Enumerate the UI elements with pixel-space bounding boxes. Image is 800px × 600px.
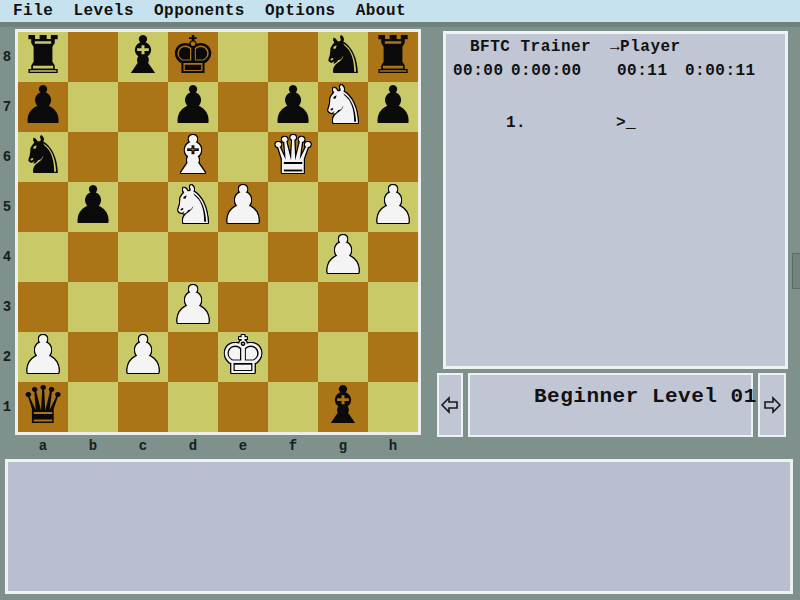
black-pawn-a7[interactable]: ♟	[20, 79, 67, 131]
square-f5[interactable]	[268, 182, 318, 232]
white-pawn-e5[interactable]: ♟	[220, 179, 267, 231]
level-display: Beginner Level 01	[468, 373, 753, 437]
rank-label-2: 2	[0, 332, 14, 382]
trainer-label: BFTC Trainer	[470, 38, 591, 56]
file-label-c: c	[118, 438, 168, 456]
square-a6[interactable]: ♞	[18, 132, 68, 182]
board-frame: ♜♝♚♞♜♟♟♟♞♟♞♝♛♟♞♟♟♟♟♟♟♚♛♝	[15, 29, 421, 435]
white-king-e2[interactable]: ♚	[220, 329, 267, 381]
rank-label-7: 7	[0, 82, 14, 132]
square-b5[interactable]: ♟	[68, 182, 118, 232]
white-bishop-d6[interactable]: ♝	[170, 129, 217, 181]
menu-item-options[interactable]: Options	[265, 2, 336, 20]
rank-labels: 87654321	[0, 32, 14, 432]
file-label-h: h	[368, 438, 418, 456]
square-b2[interactable]	[68, 332, 118, 382]
white-pawn-g4[interactable]: ♟	[320, 229, 367, 281]
message-output-panel	[5, 459, 793, 594]
white-pawn-a2[interactable]: ♟	[20, 329, 67, 381]
rank-label-1: 1	[0, 382, 14, 432]
white-queen-f6[interactable]: ♛	[270, 129, 317, 181]
file-label-e: e	[218, 438, 268, 456]
square-g4[interactable]: ♟	[318, 232, 368, 282]
square-f3[interactable]	[268, 282, 318, 332]
square-c1[interactable]	[118, 382, 168, 432]
square-b3[interactable]	[68, 282, 118, 332]
square-a5[interactable]	[18, 182, 68, 232]
square-c8[interactable]: ♝	[118, 32, 168, 82]
black-pawn-d7[interactable]: ♟	[170, 79, 217, 131]
black-rook-h8[interactable]: ♜	[370, 29, 417, 81]
square-h5[interactable]: ♟	[368, 182, 418, 232]
rank-label-6: 6	[0, 132, 14, 182]
menu-item-about[interactable]: About	[356, 2, 407, 20]
square-h3[interactable]	[368, 282, 418, 332]
square-b7[interactable]	[68, 82, 118, 132]
file-labels: abcdefgh	[18, 438, 418, 456]
trainer-game-time: 0:00:00	[511, 62, 582, 80]
square-e1[interactable]	[218, 382, 268, 432]
square-f1[interactable]	[268, 382, 318, 432]
file-label-d: d	[168, 438, 218, 456]
file-label-g: g	[318, 438, 368, 456]
left-arrow-icon	[440, 395, 460, 415]
move-input-prompt[interactable]: >_	[616, 114, 636, 132]
square-c7[interactable]	[118, 82, 168, 132]
square-e4[interactable]	[218, 232, 268, 282]
square-c5[interactable]	[118, 182, 168, 232]
square-e2[interactable]: ♚	[218, 332, 268, 382]
square-c4[interactable]	[118, 232, 168, 282]
move-number: 1.	[506, 114, 526, 132]
black-rook-a8[interactable]: ♜	[20, 29, 67, 81]
file-label-b: b	[68, 438, 118, 456]
square-h1[interactable]	[368, 382, 418, 432]
menu-item-levels[interactable]: Levels	[73, 2, 134, 20]
white-knight-d5[interactable]: ♞	[170, 179, 217, 231]
player-label: →Player	[610, 38, 681, 56]
level-next-button[interactable]	[758, 373, 786, 437]
square-e8[interactable]	[218, 32, 268, 82]
square-d3[interactable]: ♟	[168, 282, 218, 332]
trainer-move-time: 00:00	[453, 62, 504, 80]
file-label-a: a	[18, 438, 68, 456]
square-g1[interactable]: ♝	[318, 382, 368, 432]
square-c2[interactable]: ♟	[118, 332, 168, 382]
square-b4[interactable]	[68, 232, 118, 282]
right-arrow-icon	[762, 395, 782, 415]
square-g3[interactable]	[318, 282, 368, 332]
player-move-time: 00:11	[617, 62, 668, 80]
chess-board[interactable]: ♜♝♚♞♜♟♟♟♞♟♞♝♛♟♞♟♟♟♟♟♟♚♛♝	[18, 32, 418, 432]
white-pawn-c2[interactable]: ♟	[120, 329, 167, 381]
black-queen-a1[interactable]: ♛	[20, 379, 67, 431]
square-d5[interactable]: ♞	[168, 182, 218, 232]
square-b1[interactable]	[68, 382, 118, 432]
square-h7[interactable]: ♟	[368, 82, 418, 132]
rank-label-4: 4	[0, 232, 14, 282]
black-king-d8[interactable]: ♚	[170, 29, 217, 81]
black-pawn-b5[interactable]: ♟	[70, 179, 117, 231]
black-knight-g8[interactable]: ♞	[320, 29, 367, 81]
file-label-f: f	[268, 438, 318, 456]
panel-handle[interactable]	[792, 253, 800, 289]
square-g7[interactable]: ♞	[318, 82, 368, 132]
square-h4[interactable]	[368, 232, 418, 282]
black-pawn-f7[interactable]: ♟	[270, 79, 317, 131]
black-bishop-g1[interactable]: ♝	[320, 379, 367, 431]
menu-item-opponents[interactable]: Opponents	[154, 2, 245, 20]
player-game-time: 0:00:11	[685, 62, 756, 80]
level-prev-button[interactable]	[437, 373, 463, 437]
square-f6[interactable]: ♛	[268, 132, 318, 182]
rank-label-8: 8	[0, 32, 14, 82]
square-d2[interactable]	[168, 332, 218, 382]
square-d1[interactable]	[168, 382, 218, 432]
square-a1[interactable]: ♛	[18, 382, 68, 432]
black-bishop-c8[interactable]: ♝	[120, 29, 167, 81]
square-c6[interactable]	[118, 132, 168, 182]
rank-label-3: 3	[0, 282, 14, 332]
white-knight-g7[interactable]: ♞	[320, 79, 367, 131]
clock-move-panel: BFTC Trainer →Player 00:00 0:00:00 00:11…	[443, 31, 788, 369]
square-f2[interactable]	[268, 332, 318, 382]
square-g6[interactable]	[318, 132, 368, 182]
rank-label-5: 5	[0, 182, 14, 232]
square-b8[interactable]	[68, 32, 118, 82]
square-f4[interactable]	[268, 232, 318, 282]
menubar: FileLevelsOpponentsOptionsAbout	[0, 0, 800, 22]
square-h2[interactable]	[368, 332, 418, 382]
square-a4[interactable]	[18, 232, 68, 282]
square-e7[interactable]	[218, 82, 268, 132]
black-pawn-h7[interactable]: ♟	[370, 79, 417, 131]
white-pawn-h5[interactable]: ♟	[370, 179, 417, 231]
black-knight-a6[interactable]: ♞	[20, 129, 67, 181]
white-pawn-d3[interactable]: ♟	[170, 279, 217, 331]
square-e5[interactable]: ♟	[218, 182, 268, 232]
menu-item-file[interactable]: File	[13, 2, 53, 20]
